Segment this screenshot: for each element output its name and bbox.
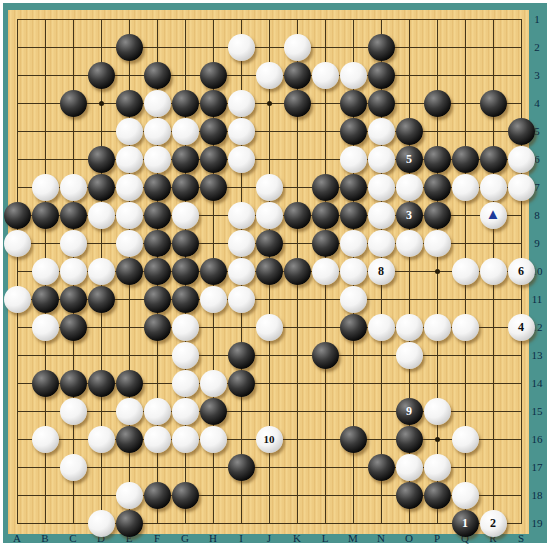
stone-R4 [480,90,507,117]
stone-I13 [228,342,255,369]
stone-C15 [60,398,87,425]
stone-G18 [172,482,199,509]
stone-G8 [172,202,199,229]
stone-G12 [172,314,199,341]
stone-K2 [284,34,311,61]
stone-N12 [368,314,395,341]
stone-E5 [116,118,143,145]
stone-L13 [312,342,339,369]
move-number-label: 9 [406,405,412,417]
stone-M11 [340,286,367,313]
row-label-19: 19 [532,518,543,529]
row-label-7: 7 [534,182,540,193]
star-point [267,101,272,106]
stone-G11 [172,286,199,313]
stone-G4 [172,90,199,117]
stone-J7 [256,174,283,201]
move-number-label: 2 [490,517,496,529]
stone-Q7 [452,174,479,201]
stone-O16 [396,426,423,453]
stone-I5 [228,118,255,145]
stone-D3 [88,62,115,89]
stone-O12 [396,314,423,341]
col-label-F: F [154,533,160,544]
stone-H16 [200,426,227,453]
stone-E16 [116,426,143,453]
col-label-A: A [13,533,21,544]
stone-G5 [172,118,199,145]
stone-M7 [340,174,367,201]
stone-B12 [32,314,59,341]
stone-D8 [88,202,115,229]
col-label-H: H [209,533,217,544]
stone-L8 [312,202,339,229]
stone-C11 [60,286,87,313]
stone-F9 [144,230,171,257]
stone-R19: 2 [480,510,507,537]
col-label-P: P [434,533,440,544]
stone-I10 [228,258,255,285]
stone-Q12 [452,314,479,341]
stone-B16 [32,426,59,453]
col-label-N: N [377,533,385,544]
row-label-17: 17 [532,462,543,473]
stone-D16 [88,426,115,453]
stone-Q16 [452,426,479,453]
stone-P12 [424,314,451,341]
stone-J12 [256,314,283,341]
stone-K8 [284,202,311,229]
stone-N2 [368,34,395,61]
stone-C10 [60,258,87,285]
row-label-5: 5 [534,126,540,137]
stone-C4 [60,90,87,117]
stone-E14 [116,370,143,397]
stone-E10 [116,258,143,285]
stone-F16 [144,426,171,453]
stone-P9 [424,230,451,257]
move-number-label: 1 [462,517,468,529]
stone-G7 [172,174,199,201]
stone-M10 [340,258,367,285]
stone-N10: 8 [368,258,395,285]
stone-G16 [172,426,199,453]
stone-E4 [116,90,143,117]
stone-H3 [200,62,227,89]
stone-Q6 [452,146,479,173]
stone-L9 [312,230,339,257]
stone-S6 [508,146,535,173]
move-number-label: 10 [264,434,275,445]
stone-J9 [256,230,283,257]
stone-S5 [508,118,535,145]
stone-N6 [368,146,395,173]
stone-G15 [172,398,199,425]
stone-N17 [368,454,395,481]
stone-N4 [368,90,395,117]
grid-line-h [17,355,522,356]
stone-F4 [144,90,171,117]
stone-K10 [284,258,311,285]
stone-O13 [396,342,423,369]
stone-J10 [256,258,283,285]
stone-I2 [228,34,255,61]
go-diagram-page: ABCDEFGHIJKLMNOPQRS123456789101112131415… [0,0,550,546]
stone-C7 [60,174,87,201]
stone-E7 [116,174,143,201]
col-label-S: S [518,533,524,544]
stone-B14 [32,370,59,397]
stone-Q18 [452,482,479,509]
stone-I8 [228,202,255,229]
stone-N3 [368,62,395,89]
row-label-14: 14 [532,378,543,389]
stone-R6 [480,146,507,173]
stone-C14 [60,370,87,397]
stone-P17 [424,454,451,481]
row-label-2: 2 [534,42,540,53]
stone-B8 [32,202,59,229]
stone-N9 [368,230,395,257]
stone-H15 [200,398,227,425]
stone-O18 [396,482,423,509]
row-label-8: 8 [534,210,540,221]
stone-C17 [60,454,87,481]
stone-M6 [340,146,367,173]
row-label-16: 16 [532,434,543,445]
stone-N8 [368,202,395,229]
col-label-G: G [181,533,189,544]
stone-B7 [32,174,59,201]
row-label-15: 15 [532,406,543,417]
stone-P6 [424,146,451,173]
stone-M9 [340,230,367,257]
stone-O7 [396,174,423,201]
stone-E9 [116,230,143,257]
stone-M5 [340,118,367,145]
stone-M12 [340,314,367,341]
stone-D6 [88,146,115,173]
row-label-6: 6 [534,154,540,165]
stone-E8 [116,202,143,229]
stone-S12: 4 [508,314,535,341]
stone-I4 [228,90,255,117]
stone-B11 [32,286,59,313]
stone-I14 [228,370,255,397]
row-label-13: 13 [532,350,543,361]
stone-F10 [144,258,171,285]
stone-H6 [200,146,227,173]
stone-E6 [116,146,143,173]
stone-I6 [228,146,255,173]
col-label-J: J [267,533,271,544]
stone-L3 [312,62,339,89]
col-label-O: O [405,533,413,544]
stone-D14 [88,370,115,397]
stone-L7 [312,174,339,201]
stone-G14 [172,370,199,397]
stone-R8: ▲ [480,202,507,229]
stone-D19 [88,510,115,537]
stone-A9 [4,230,31,257]
stone-P7 [424,174,451,201]
col-label-L: L [322,533,329,544]
stone-C12 [60,314,87,341]
stone-O8: 3 [396,202,423,229]
stone-H7 [200,174,227,201]
stone-A11 [4,286,31,313]
stone-F7 [144,174,171,201]
stone-I9 [228,230,255,257]
stone-R7 [480,174,507,201]
stone-F15 [144,398,171,425]
stone-S7 [508,174,535,201]
stone-N7 [368,174,395,201]
stone-G6 [172,146,199,173]
stone-M16 [340,426,367,453]
stone-G10 [172,258,199,285]
stone-I11 [228,286,255,313]
row-label-4: 4 [534,98,540,109]
move-number-label: 5 [406,153,412,165]
triangle-marker-icon: ▲ [486,207,501,222]
stone-O15: 9 [396,398,423,425]
stone-P18 [424,482,451,509]
stone-F11 [144,286,171,313]
col-label-I: I [239,533,243,544]
col-label-C: C [69,533,76,544]
stone-J3 [256,62,283,89]
stone-F8 [144,202,171,229]
move-number-label: 4 [518,321,524,333]
star-point [435,437,440,442]
stone-E19 [116,510,143,537]
stone-E15 [116,398,143,425]
stone-O6: 5 [396,146,423,173]
stone-A8 [4,202,31,229]
stone-N5 [368,118,395,145]
stone-M3 [340,62,367,89]
stone-Q10 [452,258,479,285]
stone-H5 [200,118,227,145]
move-number-label: 3 [406,209,412,221]
stone-K4 [284,90,311,117]
stone-O17 [396,454,423,481]
stone-P4 [424,90,451,117]
stone-E2 [116,34,143,61]
stone-M4 [340,90,367,117]
stone-F3 [144,62,171,89]
col-label-M: M [348,533,358,544]
stone-Q19: 1 [452,510,479,537]
stone-S10: 6 [508,258,535,285]
row-label-11: 11 [532,294,543,305]
star-point [435,269,440,274]
stone-G9 [172,230,199,257]
stone-O5 [396,118,423,145]
move-number-label: 8 [378,265,384,277]
stone-P8 [424,202,451,229]
row-label-3: 3 [534,70,540,81]
stone-F6 [144,146,171,173]
stone-G13 [172,342,199,369]
row-label-18: 18 [532,490,543,501]
stone-K3 [284,62,311,89]
stone-M8 [340,202,367,229]
stone-C8 [60,202,87,229]
stone-F18 [144,482,171,509]
stone-O9 [396,230,423,257]
col-label-K: K [293,533,301,544]
stone-F5 [144,118,171,145]
stone-H4 [200,90,227,117]
stone-J16: 10 [256,426,283,453]
stone-D7 [88,174,115,201]
row-label-1: 1 [534,14,540,25]
move-number-label: 6 [518,265,524,277]
stone-H10 [200,258,227,285]
stone-I17 [228,454,255,481]
stone-F12 [144,314,171,341]
stone-H11 [200,286,227,313]
stone-J8 [256,202,283,229]
stone-P15 [424,398,451,425]
col-label-B: B [41,533,48,544]
stone-R10 [480,258,507,285]
star-point [99,101,104,106]
stone-D10 [88,258,115,285]
stone-D11 [88,286,115,313]
stone-E18 [116,482,143,509]
stone-C9 [60,230,87,257]
stone-H14 [200,370,227,397]
row-label-9: 9 [534,238,540,249]
stone-L10 [312,258,339,285]
stone-B10 [32,258,59,285]
